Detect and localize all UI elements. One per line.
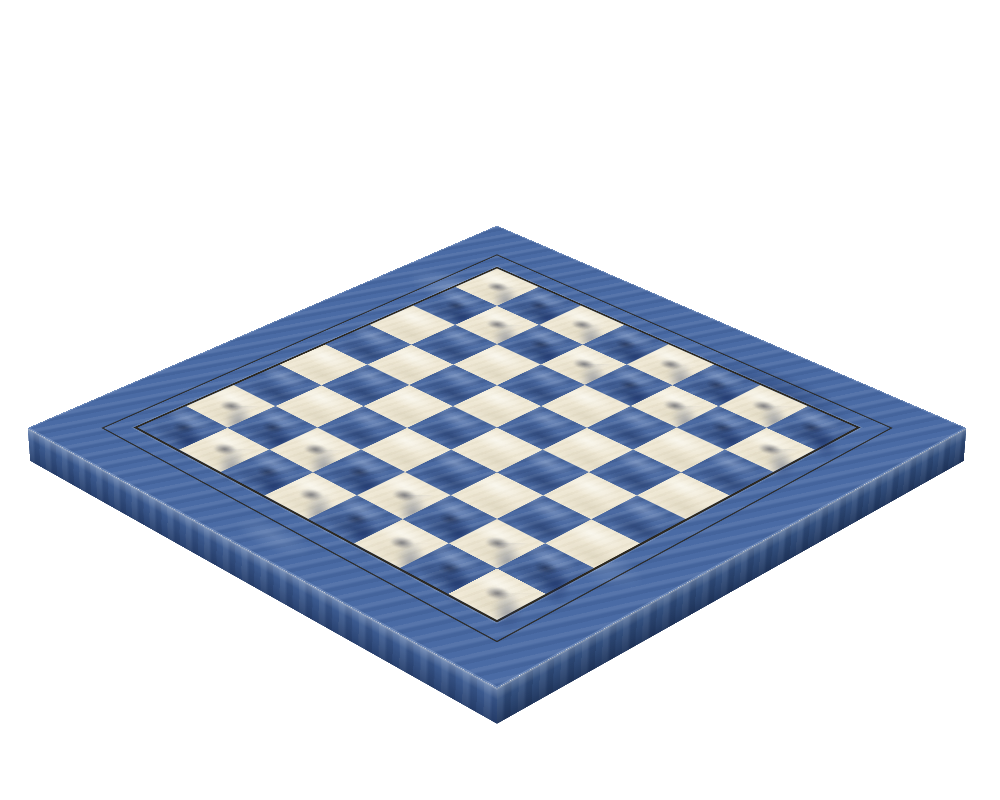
product-photo-scene: ♜♞♝♛♚♝♞♜♟♟♟♟♟♟♟♟♟♟♟♟♟♟♟♟♜♞♝♛♚♝♞♜ [0,0,1000,800]
chess-board: ♜♞♝♛♚♝♞♜♟♟♟♟♟♟♟♟♟♟♟♟♟♟♟♟♜♞♝♛♚♝♞♜ [27,226,966,688]
board-top-face: ♜♞♝♛♚♝♞♜♟♟♟♟♟♟♟♟♟♟♟♟♟♟♟♟♜♞♝♛♚♝♞♜ [27,226,966,688]
square-h1: ♜ [448,568,546,620]
gold-rook-glyph: ♜ [448,493,546,602]
silver-pawn-glyph: ♟ [733,375,806,456]
